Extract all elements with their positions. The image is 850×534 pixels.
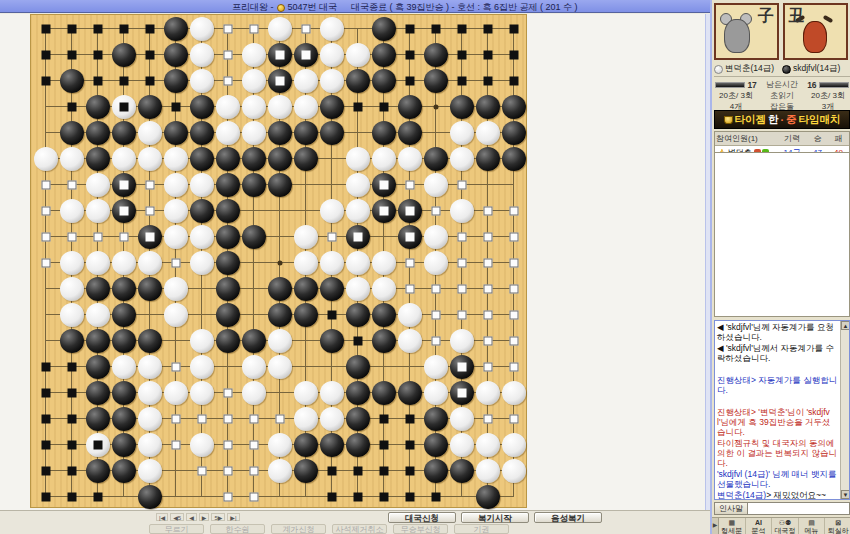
board-point[interactable] [163, 302, 189, 328]
board-point[interactable] [293, 380, 319, 406]
board-point[interactable] [449, 250, 475, 276]
board-point[interactable] [189, 172, 215, 198]
board-point[interactable] [267, 432, 293, 458]
board-point[interactable] [449, 68, 475, 94]
board-point[interactable] [475, 16, 501, 42]
board-point[interactable] [137, 120, 163, 146]
board-point[interactable] [397, 68, 423, 94]
board-point[interactable] [33, 198, 59, 224]
board-point[interactable] [267, 94, 293, 120]
board-point[interactable] [449, 146, 475, 172]
board-point[interactable] [501, 198, 527, 224]
board-point[interactable] [371, 432, 397, 458]
board-point[interactable] [33, 94, 59, 120]
scroll-down-icon[interactable]: ▼ [841, 490, 850, 499]
board-point[interactable] [33, 406, 59, 432]
board-point[interactable] [319, 198, 345, 224]
board-point[interactable] [241, 276, 267, 302]
board-point[interactable] [371, 380, 397, 406]
board-point[interactable] [423, 68, 449, 94]
board-point[interactable] [111, 380, 137, 406]
board-point[interactable] [319, 224, 345, 250]
board-point[interactable] [397, 458, 423, 484]
board-point[interactable] [163, 94, 189, 120]
board-point[interactable] [345, 146, 371, 172]
board-point[interactable] [33, 276, 59, 302]
board-point[interactable] [449, 354, 475, 380]
board-point[interactable] [449, 406, 475, 432]
board-point[interactable] [241, 484, 267, 510]
board-point[interactable] [137, 42, 163, 68]
board-point[interactable] [449, 458, 475, 484]
board-point[interactable] [137, 328, 163, 354]
board-point[interactable] [449, 42, 475, 68]
board-point[interactable] [345, 198, 371, 224]
board-point[interactable] [241, 16, 267, 42]
board-point[interactable] [241, 458, 267, 484]
board-point[interactable] [33, 302, 59, 328]
board-point[interactable] [397, 198, 423, 224]
board-point[interactable] [293, 458, 319, 484]
board-point[interactable] [241, 354, 267, 380]
board-point[interactable] [267, 68, 293, 94]
board-point[interactable] [475, 94, 501, 120]
board-point[interactable] [189, 458, 215, 484]
board-point[interactable] [215, 380, 241, 406]
board-point[interactable] [267, 198, 293, 224]
board-point[interactable] [319, 354, 345, 380]
board-point[interactable] [475, 120, 501, 146]
chat-scrollbar[interactable]: ▲ ▼ [840, 321, 849, 499]
board-point[interactable] [319, 120, 345, 146]
board-point[interactable] [189, 120, 215, 146]
board-point[interactable] [163, 432, 189, 458]
board-point[interactable] [189, 406, 215, 432]
board-point[interactable] [319, 302, 345, 328]
board-point[interactable] [111, 484, 137, 510]
board-point[interactable] [397, 16, 423, 42]
board-point[interactable] [189, 380, 215, 406]
board-point[interactable] [85, 328, 111, 354]
board-point[interactable] [501, 302, 527, 328]
board-point[interactable] [189, 68, 215, 94]
board-point[interactable] [163, 380, 189, 406]
board-point[interactable] [137, 250, 163, 276]
board-point[interactable] [59, 276, 85, 302]
board-point[interactable] [397, 354, 423, 380]
board-point[interactable] [111, 68, 137, 94]
board-point[interactable] [189, 250, 215, 276]
board-point[interactable] [501, 68, 527, 94]
action-button-0[interactable]: 대국신청 [388, 512, 456, 523]
board-point[interactable] [137, 146, 163, 172]
board-point[interactable] [475, 42, 501, 68]
board-point[interactable] [449, 276, 475, 302]
board-point[interactable] [215, 302, 241, 328]
board-point[interactable] [215, 172, 241, 198]
board-point[interactable] [215, 432, 241, 458]
board-point[interactable] [345, 120, 371, 146]
board-point[interactable] [111, 432, 137, 458]
board-point[interactable] [371, 484, 397, 510]
board-point[interactable] [111, 302, 137, 328]
board-point[interactable] [241, 250, 267, 276]
participant-list-area[interactable] [714, 152, 850, 317]
board-point[interactable] [163, 354, 189, 380]
board-point[interactable] [111, 172, 137, 198]
board-point[interactable] [85, 120, 111, 146]
board-point[interactable] [85, 250, 111, 276]
board-point[interactable] [215, 42, 241, 68]
board-point[interactable] [163, 484, 189, 510]
board-point[interactable] [241, 68, 267, 94]
board-point[interactable] [501, 328, 527, 354]
board-point[interactable] [319, 276, 345, 302]
board-point[interactable] [345, 458, 371, 484]
board-point[interactable] [267, 276, 293, 302]
board-point[interactable] [345, 68, 371, 94]
board-point[interactable] [111, 94, 137, 120]
board-point[interactable] [189, 328, 215, 354]
board-point[interactable] [293, 68, 319, 94]
board-point[interactable] [241, 42, 267, 68]
greeting-button[interactable]: 인사말 [714, 502, 748, 515]
board-point[interactable] [371, 68, 397, 94]
board-point[interactable] [371, 172, 397, 198]
board-point[interactable] [501, 250, 527, 276]
toolbar-item-메뉴[interactable]: ▤메뉴 [799, 518, 826, 534]
board-point[interactable] [501, 432, 527, 458]
board-point[interactable] [293, 250, 319, 276]
board-point[interactable] [397, 42, 423, 68]
chat-input[interactable] [748, 502, 850, 515]
col-losses[interactable]: 패 [828, 132, 849, 145]
board-point[interactable] [423, 380, 449, 406]
board-point[interactable] [85, 16, 111, 42]
board-point[interactable] [85, 94, 111, 120]
board-point[interactable] [345, 302, 371, 328]
board-point[interactable] [137, 276, 163, 302]
board-point[interactable] [85, 224, 111, 250]
board-point[interactable] [319, 68, 345, 94]
board-point[interactable] [33, 224, 59, 250]
board-point[interactable] [397, 406, 423, 432]
board-point[interactable] [111, 120, 137, 146]
board-point[interactable] [85, 276, 111, 302]
board-point[interactable] [85, 458, 111, 484]
board-point[interactable] [371, 328, 397, 354]
board-point[interactable] [267, 120, 293, 146]
board-point[interactable] [33, 458, 59, 484]
board-point[interactable] [293, 354, 319, 380]
board-point[interactable] [267, 146, 293, 172]
board-point[interactable] [59, 484, 85, 510]
board-point[interactable] [501, 120, 527, 146]
board-point[interactable] [371, 42, 397, 68]
board-point[interactable] [423, 16, 449, 42]
board-point[interactable] [59, 432, 85, 458]
board-point[interactable] [111, 16, 137, 42]
board-point[interactable] [345, 276, 371, 302]
board-point[interactable] [241, 380, 267, 406]
board-point[interactable] [267, 380, 293, 406]
board-point[interactable] [85, 68, 111, 94]
board-point[interactable] [371, 406, 397, 432]
toolbar-item-형세분석[interactable]: ▦형세분석 [719, 518, 746, 534]
board-point[interactable] [501, 16, 527, 42]
board-point[interactable] [449, 172, 475, 198]
board-point[interactable] [397, 484, 423, 510]
col-participants[interactable]: 참여인원(1) [715, 132, 777, 145]
board-point[interactable] [163, 146, 189, 172]
toolbar-item-퇴실하기[interactable]: ⊠퇴실하기 [825, 518, 850, 534]
board-point[interactable] [345, 432, 371, 458]
board-point[interactable] [33, 328, 59, 354]
board-point[interactable] [215, 458, 241, 484]
board-point[interactable] [111, 458, 137, 484]
board-point[interactable] [33, 120, 59, 146]
board-point[interactable] [85, 354, 111, 380]
board-point[interactable] [59, 406, 85, 432]
nav-button-3[interactable]: ▶ [199, 513, 210, 521]
board-point[interactable] [215, 328, 241, 354]
board-point[interactable] [423, 432, 449, 458]
col-wins[interactable]: 승 [807, 132, 828, 145]
board-point[interactable] [111, 328, 137, 354]
board-point[interactable] [397, 302, 423, 328]
board-point[interactable] [215, 354, 241, 380]
board-point[interactable] [267, 354, 293, 380]
board-point[interactable] [267, 302, 293, 328]
board-point[interactable] [137, 406, 163, 432]
board-point[interactable] [267, 484, 293, 510]
board-point[interactable] [345, 250, 371, 276]
board-point[interactable] [501, 224, 527, 250]
board-point[interactable] [397, 120, 423, 146]
board-point[interactable] [397, 172, 423, 198]
action-button-2[interactable]: 음성복기 [534, 512, 602, 523]
board-point[interactable] [33, 250, 59, 276]
toolbar-item-분석[interactable]: AI분석 [746, 518, 773, 534]
board-point[interactable] [501, 354, 527, 380]
board-point[interactable] [111, 276, 137, 302]
board-point[interactable] [137, 432, 163, 458]
board-point[interactable] [345, 172, 371, 198]
board-point[interactable] [319, 406, 345, 432]
toolbar-item-대국정보[interactable]: ⚇⚉대국정보 [772, 518, 799, 534]
board-point[interactable] [293, 16, 319, 42]
board-point[interactable] [33, 68, 59, 94]
board-point[interactable] [293, 198, 319, 224]
board-point[interactable] [163, 120, 189, 146]
board-point[interactable] [319, 380, 345, 406]
board-point[interactable] [397, 432, 423, 458]
board-point[interactable] [137, 354, 163, 380]
board-point[interactable] [293, 224, 319, 250]
board-point[interactable] [397, 146, 423, 172]
board-point[interactable] [319, 432, 345, 458]
board-point[interactable] [137, 172, 163, 198]
board-point[interactable] [85, 198, 111, 224]
board-point[interactable] [111, 354, 137, 380]
board-point[interactable] [449, 198, 475, 224]
board-point[interactable] [475, 380, 501, 406]
board-point[interactable] [33, 380, 59, 406]
board-point[interactable] [475, 198, 501, 224]
board-point[interactable] [423, 120, 449, 146]
board-point[interactable] [371, 224, 397, 250]
board-point[interactable] [189, 198, 215, 224]
board-point[interactable] [241, 302, 267, 328]
board-point[interactable] [241, 328, 267, 354]
board-point[interactable] [137, 380, 163, 406]
board-point[interactable] [267, 42, 293, 68]
board-point[interactable] [189, 224, 215, 250]
board-point[interactable] [501, 42, 527, 68]
board-point[interactable] [215, 224, 241, 250]
board-point[interactable] [475, 458, 501, 484]
board-point[interactable] [85, 406, 111, 432]
board-point[interactable] [397, 328, 423, 354]
board-point[interactable] [59, 224, 85, 250]
board-point[interactable] [371, 146, 397, 172]
board-point[interactable] [267, 172, 293, 198]
board-point[interactable] [111, 146, 137, 172]
board-point[interactable] [345, 328, 371, 354]
board-point[interactable] [163, 172, 189, 198]
toolbar-collapse-handle[interactable]: ▶ [712, 518, 719, 534]
board-point[interactable] [215, 276, 241, 302]
board-point[interactable] [189, 42, 215, 68]
board-point[interactable] [111, 250, 137, 276]
board-point[interactable] [59, 68, 85, 94]
board-point[interactable] [111, 42, 137, 68]
board-point[interactable] [215, 484, 241, 510]
board-point[interactable] [345, 42, 371, 68]
board-point[interactable] [423, 328, 449, 354]
board-point[interactable] [33, 146, 59, 172]
board-point[interactable] [475, 172, 501, 198]
board-point[interactable] [189, 432, 215, 458]
board-point[interactable] [371, 354, 397, 380]
board-point[interactable] [215, 16, 241, 42]
board-point[interactable] [163, 16, 189, 42]
board-point[interactable] [501, 172, 527, 198]
board-point[interactable] [475, 146, 501, 172]
board-point[interactable] [163, 198, 189, 224]
board-point[interactable] [267, 406, 293, 432]
board-point[interactable] [163, 458, 189, 484]
board-point[interactable] [33, 432, 59, 458]
nav-button-2[interactable]: ◀ [186, 513, 197, 521]
board-point[interactable] [241, 94, 267, 120]
board-point[interactable] [189, 16, 215, 42]
board-point[interactable] [319, 250, 345, 276]
board-point[interactable] [371, 302, 397, 328]
board-point[interactable] [215, 406, 241, 432]
board-point[interactable] [241, 172, 267, 198]
board-point[interactable] [475, 354, 501, 380]
board-point[interactable] [501, 458, 527, 484]
board-point[interactable] [319, 328, 345, 354]
board-point[interactable] [371, 276, 397, 302]
board-point[interactable] [345, 380, 371, 406]
board-point[interactable] [423, 354, 449, 380]
board-point[interactable] [449, 432, 475, 458]
action-button-1[interactable]: 복기시작 [461, 512, 529, 523]
board-point[interactable] [33, 354, 59, 380]
board-point[interactable] [85, 380, 111, 406]
board-point[interactable] [189, 146, 215, 172]
board-point[interactable] [371, 458, 397, 484]
board-point[interactable] [397, 94, 423, 120]
board-point[interactable] [59, 250, 85, 276]
board-point[interactable] [163, 42, 189, 68]
board-point[interactable] [85, 172, 111, 198]
board-point[interactable] [267, 328, 293, 354]
board-point[interactable] [345, 484, 371, 510]
board-point[interactable] [423, 42, 449, 68]
board-point[interactable] [137, 224, 163, 250]
white-player-name[interactable]: 변덕춘(14급) [725, 63, 774, 75]
board-point[interactable] [215, 250, 241, 276]
board-point[interactable] [371, 94, 397, 120]
board-point[interactable] [267, 16, 293, 42]
board-point[interactable] [319, 172, 345, 198]
board-point[interactable] [189, 302, 215, 328]
board-point[interactable] [423, 484, 449, 510]
board-point[interactable] [293, 146, 319, 172]
board-point[interactable] [475, 484, 501, 510]
board-point[interactable] [241, 224, 267, 250]
board-point[interactable] [33, 172, 59, 198]
board-point[interactable] [475, 432, 501, 458]
board-point[interactable] [85, 302, 111, 328]
board-point[interactable] [449, 302, 475, 328]
board-point[interactable] [189, 354, 215, 380]
board-point[interactable] [345, 16, 371, 42]
board-point[interactable] [501, 146, 527, 172]
board-point[interactable] [85, 42, 111, 68]
board-point[interactable] [345, 406, 371, 432]
board-point[interactable] [215, 68, 241, 94]
board-point[interactable] [475, 224, 501, 250]
board-point[interactable] [293, 172, 319, 198]
board-point[interactable] [59, 16, 85, 42]
nav-button-5[interactable]: ▶| [227, 513, 239, 521]
board-point[interactable] [397, 276, 423, 302]
board-point[interactable] [189, 94, 215, 120]
event-banner[interactable]: 타이젬 한 · 중 타임매치 [714, 110, 850, 129]
board-point[interactable] [423, 458, 449, 484]
board-point[interactable] [59, 328, 85, 354]
board-point[interactable] [137, 16, 163, 42]
board-point[interactable] [397, 224, 423, 250]
board-point[interactable] [501, 94, 527, 120]
board-point[interactable] [293, 120, 319, 146]
board-point[interactable] [293, 42, 319, 68]
board-point[interactable] [59, 146, 85, 172]
board-point[interactable] [293, 328, 319, 354]
board-point[interactable] [163, 406, 189, 432]
board-point[interactable] [319, 146, 345, 172]
board-point[interactable] [319, 42, 345, 68]
chat-user-name[interactable]: 변덕춘(14급) [717, 490, 766, 500]
board-point[interactable] [371, 250, 397, 276]
board-point[interactable] [293, 94, 319, 120]
board-point[interactable] [475, 276, 501, 302]
board-point[interactable] [137, 198, 163, 224]
